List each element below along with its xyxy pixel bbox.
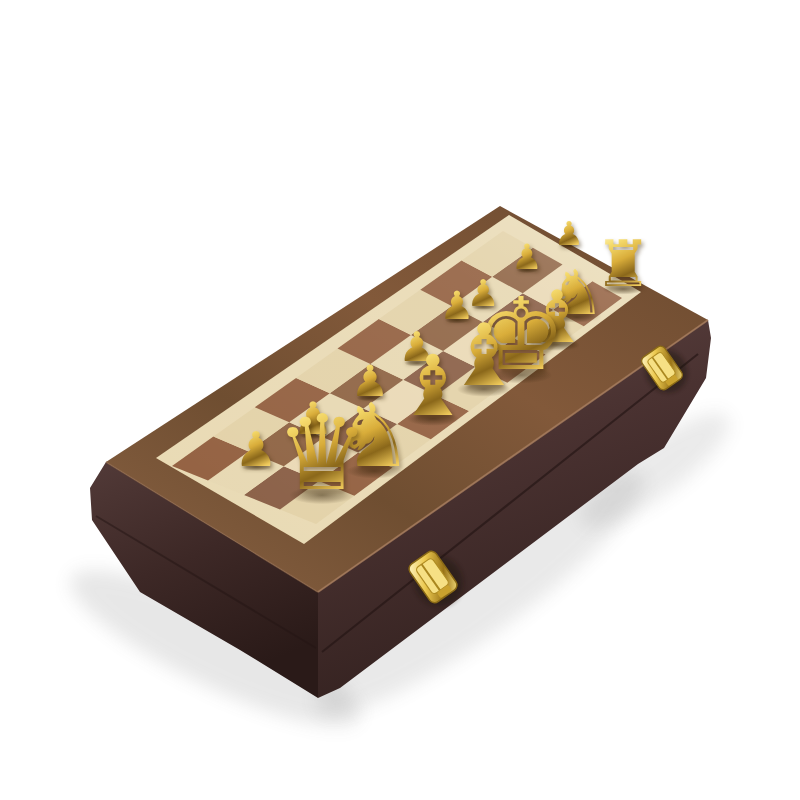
- product-photo: ♛♞♝♝♚♝♞♜♟♟♟♟♟♟♟♟: [0, 0, 800, 800]
- chess-box-scene: [0, 0, 800, 800]
